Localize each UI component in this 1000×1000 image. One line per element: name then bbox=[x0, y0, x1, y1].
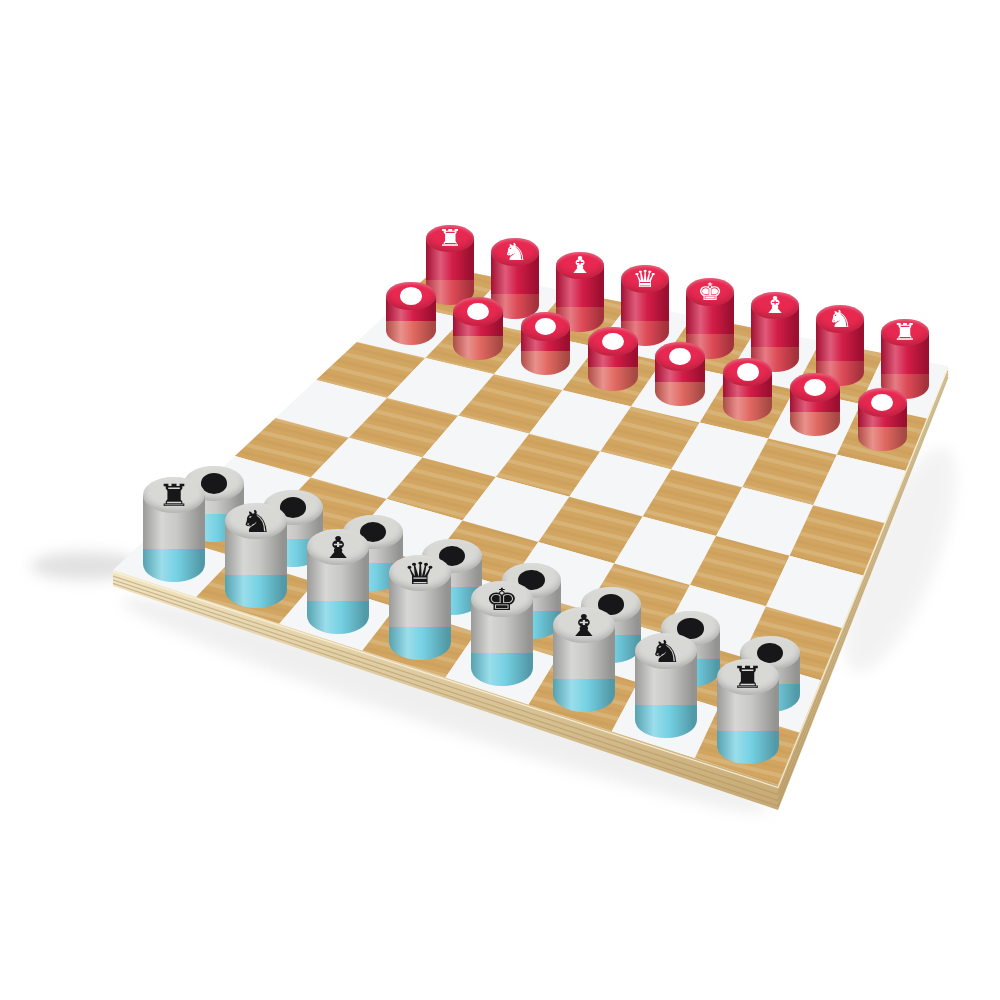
piece-top-face: ♞ bbox=[816, 305, 864, 333]
white-dot-marker bbox=[737, 363, 759, 380]
piece-silver-rook-a1[interactable]: ♜ bbox=[143, 477, 205, 582]
knight-icon: ♞ bbox=[240, 506, 273, 536]
queen-icon: ♛ bbox=[632, 267, 658, 291]
piece-red-pawn-a7[interactable] bbox=[386, 282, 436, 345]
piece-top-face: ♞ bbox=[225, 503, 287, 539]
chess-set-photo: ♜♞♝♛♚♝♞♜♜♞♝♛♚♝♞♜ bbox=[0, 0, 1000, 1000]
piece-silver-knight-b1[interactable]: ♞ bbox=[225, 503, 287, 608]
piece-top-face bbox=[588, 327, 638, 356]
bishop-icon: ♝ bbox=[567, 254, 593, 278]
piece-red-pawn-h7[interactable] bbox=[858, 388, 908, 451]
white-dot-marker bbox=[804, 379, 826, 396]
piece-top-face: ♚ bbox=[471, 581, 533, 617]
piece-silver-rook-h1[interactable]: ♜ bbox=[717, 659, 779, 764]
knight-icon: ♞ bbox=[649, 636, 682, 666]
queen-icon: ♛ bbox=[403, 558, 436, 588]
piece-silver-bishop-c1[interactable]: ♝ bbox=[307, 529, 369, 634]
piece-top-face: ♝ bbox=[553, 607, 615, 643]
piece-silver-bishop-f1[interactable]: ♝ bbox=[553, 607, 615, 712]
piece-silver-knight-g1[interactable]: ♞ bbox=[635, 633, 697, 738]
piece-silver-king-e1[interactable]: ♚ bbox=[471, 581, 533, 686]
piece-top-face bbox=[521, 312, 571, 341]
bishop-icon: ♝ bbox=[567, 610, 600, 640]
piece-top-face bbox=[858, 388, 908, 417]
piece-red-pawn-f7[interactable] bbox=[723, 358, 773, 421]
piece-red-pawn-g7[interactable] bbox=[790, 373, 840, 436]
white-dot-marker bbox=[400, 287, 422, 304]
piece-red-pawn-c7[interactable] bbox=[521, 312, 571, 375]
piece-top-face: ♜ bbox=[881, 319, 929, 347]
piece-silver-queen-d1[interactable]: ♛ bbox=[389, 555, 451, 660]
piece-top-face bbox=[386, 282, 436, 311]
piece-top-face bbox=[453, 297, 503, 326]
piece-top-face: ♛ bbox=[389, 555, 451, 591]
piece-top-face: ♜ bbox=[717, 659, 779, 695]
bishop-icon: ♝ bbox=[762, 294, 788, 318]
white-dot-marker bbox=[602, 333, 624, 350]
piece-top-face: ♞ bbox=[635, 633, 697, 669]
piece-red-pawn-b7[interactable] bbox=[453, 297, 503, 360]
king-icon: ♚ bbox=[697, 280, 723, 304]
white-dot-marker bbox=[535, 318, 557, 335]
white-dot-marker bbox=[467, 303, 489, 320]
piece-red-pawn-d7[interactable] bbox=[588, 327, 638, 390]
white-dot-marker bbox=[871, 394, 893, 411]
piece-red-pawn-e7[interactable] bbox=[655, 342, 705, 405]
king-icon: ♚ bbox=[485, 584, 518, 614]
piece-top-face: ♚ bbox=[686, 278, 734, 306]
rook-icon: ♜ bbox=[437, 227, 463, 251]
bishop-icon: ♝ bbox=[322, 532, 355, 562]
knight-icon: ♞ bbox=[502, 240, 528, 264]
rook-icon: ♜ bbox=[731, 662, 764, 692]
rook-icon: ♜ bbox=[892, 321, 918, 345]
piece-top-face: ♛ bbox=[621, 265, 669, 293]
piece-top-face: ♝ bbox=[307, 529, 369, 565]
piece-top-face: ♞ bbox=[491, 238, 539, 266]
knight-icon: ♞ bbox=[827, 307, 853, 331]
piece-top-face bbox=[790, 373, 840, 402]
piece-top-face: ♝ bbox=[556, 252, 604, 280]
white-dot-marker bbox=[669, 348, 691, 365]
rook-icon: ♜ bbox=[158, 480, 191, 510]
